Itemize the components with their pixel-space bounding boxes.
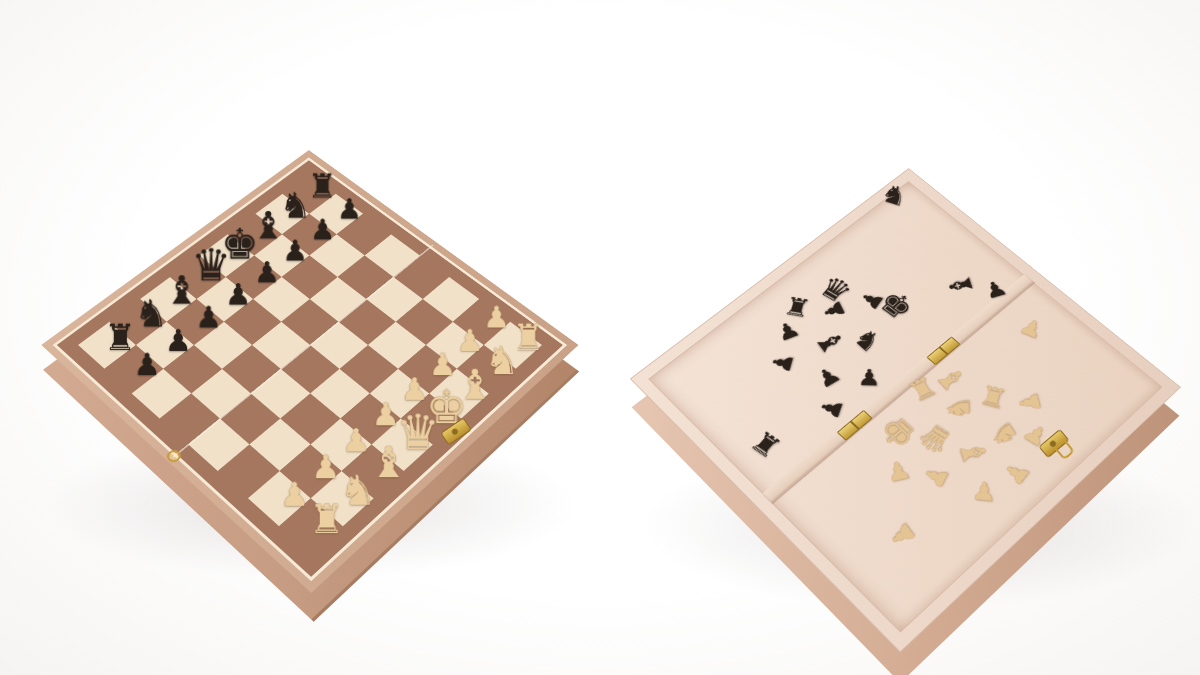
loose-dark-pawn: ♟ [818, 297, 850, 323]
loose-light-bishop: ♝ [953, 436, 993, 469]
loose-dark-rook: ♜ [745, 427, 786, 464]
loose-light-pawn: ♟ [971, 478, 997, 505]
loose-light-queen: ♛ [911, 416, 959, 460]
loose-light-pawn: ♟ [998, 457, 1034, 489]
loose-light-king: ♚ [873, 410, 925, 456]
loose-light-rook: ♜ [904, 372, 942, 406]
loose-light-pawn: ♟ [884, 519, 921, 553]
loose-dark-queen: ♛ [813, 271, 858, 309]
loose-light-pawn: ♟ [883, 456, 913, 485]
loose-dark-rook: ♜ [781, 294, 813, 322]
loose-dark-pawn: ♟ [768, 351, 799, 375]
loose-dark-pawn: ♟ [815, 395, 847, 421]
loose-dark-pawn: ♟ [857, 366, 881, 389]
loose-dark-pawn: ♟ [773, 317, 803, 344]
loose-light-knight: ♞ [944, 396, 975, 420]
loose-light-pawn: ♟ [918, 461, 953, 492]
loose-light-rook: ♜ [976, 381, 1010, 413]
loose-dark-bishop: ♝ [942, 271, 979, 299]
loose-dark-pawn: ♟ [855, 287, 888, 314]
loose-light-pawn: ♟ [1014, 390, 1045, 414]
loose-light-pawn: ♟ [1016, 314, 1047, 342]
loose-light-knight: ♞ [984, 417, 1025, 452]
loose-dark-knight: ♞ [848, 324, 888, 358]
board-open-view: ♜♞♝♛♚♝♞♜♟♟♟♟♟♟♟♟♟♟♟♟♟♟♟♟♜♞♝♛♚♝♞♜ [0, 0, 600, 675]
loose-light-bishop: ♝ [930, 361, 973, 398]
loose-dark-king: ♚ [872, 285, 921, 326]
box-open-view: ♞♜♟♟♜♟♝♛♟♞♟♟♟♚♝♟♟♟♚♜♝♟♛♞♜♟♝♞♟♟♟♟ [600, 0, 1200, 675]
loose-dark-bishop: ♝ [809, 325, 851, 360]
white-pawn-g2: ♟ [456, 326, 483, 356]
loose-dark-pawn: ♟ [811, 362, 845, 392]
product-photo: ♜♞♝♛♚♝♞♜♟♟♟♟♟♟♟♟♟♟♟♟♟♟♟♟♜♞♝♛♚♝♞♜ ♞♜♟♟♜♟♝… [0, 0, 1200, 675]
